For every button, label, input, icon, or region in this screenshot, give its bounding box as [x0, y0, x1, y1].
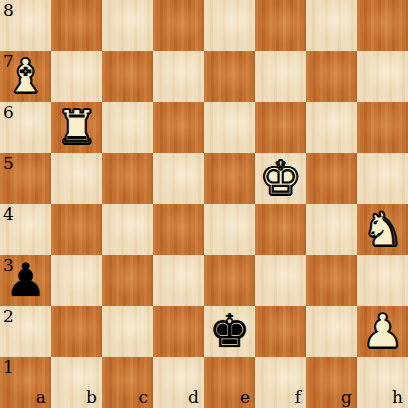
square-h3[interactable]	[357, 255, 408, 306]
square-b3[interactable]	[51, 255, 102, 306]
square-c7[interactable]	[102, 51, 153, 102]
square-a2[interactable]: 2	[0, 306, 51, 357]
square-g4[interactable]	[306, 204, 357, 255]
rank-label-2: 2	[3, 308, 14, 325]
square-h8[interactable]	[357, 0, 408, 51]
square-e7[interactable]	[204, 51, 255, 102]
square-f7[interactable]	[255, 51, 306, 102]
rank-label-5: 5	[3, 155, 14, 172]
file-label-h: h	[392, 389, 403, 406]
square-d6[interactable]	[153, 102, 204, 153]
square-a5[interactable]: 5	[0, 153, 51, 204]
square-e1[interactable]: e	[204, 357, 255, 408]
square-c3[interactable]	[102, 255, 153, 306]
chess-board: 87♝6♜5♚4♞3♟2♚♟1abcdefgh	[0, 0, 408, 408]
square-h2[interactable]: ♟	[357, 306, 408, 357]
white-rook-piece[interactable]: ♜	[51, 102, 102, 153]
square-a6[interactable]: 6	[0, 102, 51, 153]
rank-label-4: 4	[3, 206, 14, 223]
square-c6[interactable]	[102, 102, 153, 153]
square-h4[interactable]: ♞	[357, 204, 408, 255]
square-b2[interactable]	[51, 306, 102, 357]
black-king-piece[interactable]: ♚	[204, 306, 255, 357]
square-b7[interactable]	[51, 51, 102, 102]
white-knight-piece[interactable]: ♞	[357, 204, 408, 255]
square-g1[interactable]: g	[306, 357, 357, 408]
square-c8[interactable]	[102, 0, 153, 51]
rank-label-1: 1	[3, 359, 14, 376]
square-g6[interactable]	[306, 102, 357, 153]
white-pawn-piece[interactable]: ♟	[357, 306, 408, 357]
square-g7[interactable]	[306, 51, 357, 102]
square-b8[interactable]	[51, 0, 102, 51]
white-bishop-piece[interactable]: ♝	[0, 51, 51, 102]
square-d2[interactable]	[153, 306, 204, 357]
square-e5[interactable]	[204, 153, 255, 204]
square-f8[interactable]	[255, 0, 306, 51]
square-c4[interactable]	[102, 204, 153, 255]
square-a4[interactable]: 4	[0, 204, 51, 255]
rank-label-8: 8	[3, 2, 14, 19]
square-c2[interactable]	[102, 306, 153, 357]
square-b6[interactable]: ♜	[51, 102, 102, 153]
square-h6[interactable]	[357, 102, 408, 153]
file-label-d: d	[188, 389, 199, 406]
square-c5[interactable]	[102, 153, 153, 204]
square-b4[interactable]	[51, 204, 102, 255]
square-d8[interactable]	[153, 0, 204, 51]
square-d5[interactable]	[153, 153, 204, 204]
square-d1[interactable]: d	[153, 357, 204, 408]
square-d4[interactable]	[153, 204, 204, 255]
file-label-e: e	[240, 389, 250, 406]
square-e3[interactable]	[204, 255, 255, 306]
square-a7[interactable]: 7♝	[0, 51, 51, 102]
square-c1[interactable]: c	[102, 357, 153, 408]
square-e2[interactable]: ♚	[204, 306, 255, 357]
file-label-b: b	[86, 389, 97, 406]
square-f4[interactable]	[255, 204, 306, 255]
square-f5[interactable]: ♚	[255, 153, 306, 204]
square-b1[interactable]: b	[51, 357, 102, 408]
file-label-g: g	[341, 389, 352, 406]
black-pawn-piece[interactable]: ♟	[0, 255, 51, 306]
square-a3[interactable]: 3♟	[0, 255, 51, 306]
square-h7[interactable]	[357, 51, 408, 102]
square-e4[interactable]	[204, 204, 255, 255]
file-label-c: c	[138, 389, 148, 406]
square-f1[interactable]: f	[255, 357, 306, 408]
square-g2[interactable]	[306, 306, 357, 357]
square-a8[interactable]: 8	[0, 0, 51, 51]
file-label-a: a	[36, 389, 46, 406]
white-king-piece[interactable]: ♚	[255, 153, 306, 204]
file-label-f: f	[295, 389, 301, 406]
square-e8[interactable]	[204, 0, 255, 51]
square-g3[interactable]	[306, 255, 357, 306]
square-f6[interactable]	[255, 102, 306, 153]
square-g8[interactable]	[306, 0, 357, 51]
square-d3[interactable]	[153, 255, 204, 306]
square-f3[interactable]	[255, 255, 306, 306]
square-a1[interactable]: 1a	[0, 357, 51, 408]
square-h5[interactable]	[357, 153, 408, 204]
rank-label-6: 6	[3, 104, 14, 121]
square-b5[interactable]	[51, 153, 102, 204]
square-h1[interactable]: h	[357, 357, 408, 408]
square-f2[interactable]	[255, 306, 306, 357]
square-e6[interactable]	[204, 102, 255, 153]
square-g5[interactable]	[306, 153, 357, 204]
square-d7[interactable]	[153, 51, 204, 102]
